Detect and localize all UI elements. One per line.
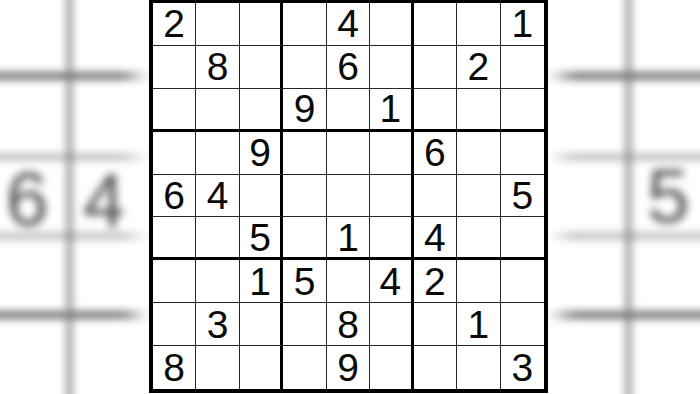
cell-r8c5[interactable]: 8 (327, 303, 370, 346)
cell-r6c5[interactable]: 1 (327, 217, 370, 260)
cell-r2c2[interactable]: 8 (196, 46, 239, 89)
cell-r7c2[interactable] (196, 260, 239, 303)
cell-r2c8[interactable]: 2 (457, 46, 500, 89)
cell-r6c2[interactable] (196, 217, 239, 260)
cell-r9c4[interactable] (283, 346, 326, 389)
cell-r4c1[interactable] (153, 132, 196, 175)
cell-r5c7[interactable] (414, 175, 457, 218)
cell-r3c5[interactable] (327, 89, 370, 132)
sudoku-board: 24186291966455141542381893 (149, 0, 548, 393)
bg-gridline-vertical-left (67, 0, 72, 394)
cell-r4c3[interactable]: 9 (240, 132, 283, 175)
bg-digit-4: 4 (83, 163, 125, 239)
cell-r4c2[interactable] (196, 132, 239, 175)
cell-r7c1[interactable] (153, 260, 196, 303)
cell-r7c9[interactable] (501, 260, 544, 303)
cell-r4c6[interactable] (370, 132, 413, 175)
cell-r1c8[interactable] (457, 3, 500, 46)
cell-r9c2[interactable] (196, 346, 239, 389)
cell-r5c2[interactable]: 4 (196, 175, 239, 218)
cell-r8c3[interactable] (240, 303, 283, 346)
cell-r8c8[interactable]: 1 (457, 303, 500, 346)
cell-r9c5[interactable]: 9 (327, 346, 370, 389)
cell-r8c6[interactable] (370, 303, 413, 346)
cell-r5c9[interactable]: 5 (501, 175, 544, 218)
cell-r1c9[interactable]: 1 (501, 3, 544, 46)
bg-digit-5: 5 (647, 158, 689, 234)
cell-r4c9[interactable] (501, 132, 544, 175)
cell-r8c9[interactable] (501, 303, 544, 346)
cell-r1c3[interactable] (240, 3, 283, 46)
cell-r8c2[interactable]: 3 (196, 303, 239, 346)
cell-r4c5[interactable] (327, 132, 370, 175)
cell-r4c4[interactable] (283, 132, 326, 175)
cell-r6c7[interactable]: 4 (414, 217, 457, 260)
cell-r6c8[interactable] (457, 217, 500, 260)
cell-r9c7[interactable] (414, 346, 457, 389)
cell-r4c7[interactable]: 6 (414, 132, 457, 175)
cell-r9c8[interactable] (457, 346, 500, 389)
cell-r5c6[interactable] (370, 175, 413, 218)
cell-r7c8[interactable] (457, 260, 500, 303)
cell-r3c2[interactable] (196, 89, 239, 132)
cell-r5c8[interactable] (457, 175, 500, 218)
cell-r6c3[interactable]: 5 (240, 217, 283, 260)
bg-gridline-vertical-right (626, 0, 631, 394)
bg-digit-6: 6 (6, 161, 48, 237)
cell-r1c4[interactable] (283, 3, 326, 46)
cell-r9c1[interactable]: 8 (153, 346, 196, 389)
cell-r1c6[interactable] (370, 3, 413, 46)
cell-r7c7[interactable]: 2 (414, 260, 457, 303)
cell-r3c9[interactable] (501, 89, 544, 132)
cell-r9c9[interactable]: 3 (501, 346, 544, 389)
cell-r6c1[interactable] (153, 217, 196, 260)
cell-r8c7[interactable] (414, 303, 457, 346)
cell-r7c3[interactable]: 1 (240, 260, 283, 303)
cell-r5c1[interactable]: 6 (153, 175, 196, 218)
cell-r2c7[interactable] (414, 46, 457, 89)
cell-r4c8[interactable] (457, 132, 500, 175)
cell-r5c4[interactable] (283, 175, 326, 218)
cell-r7c6[interactable]: 4 (370, 260, 413, 303)
cell-r6c4[interactable] (283, 217, 326, 260)
cell-r3c8[interactable] (457, 89, 500, 132)
cell-r1c7[interactable] (414, 3, 457, 46)
cell-r6c9[interactable] (501, 217, 544, 260)
cell-r8c4[interactable] (283, 303, 326, 346)
cell-r9c3[interactable] (240, 346, 283, 389)
cell-r7c4[interactable]: 5 (283, 260, 326, 303)
cell-r6c6[interactable] (370, 217, 413, 260)
cell-r1c2[interactable] (196, 3, 239, 46)
cell-r9c6[interactable] (370, 346, 413, 389)
cell-r7c5[interactable] (327, 260, 370, 303)
cell-r2c9[interactable] (501, 46, 544, 89)
cell-r3c7[interactable] (414, 89, 457, 132)
cell-r3c6[interactable]: 1 (370, 89, 413, 132)
cell-r2c1[interactable] (153, 46, 196, 89)
cell-r2c5[interactable]: 6 (327, 46, 370, 89)
cell-r5c5[interactable] (327, 175, 370, 218)
cell-r1c5[interactable]: 4 (327, 3, 370, 46)
cell-r3c1[interactable] (153, 89, 196, 132)
cell-r2c6[interactable] (370, 46, 413, 89)
cell-r3c4[interactable]: 9 (283, 89, 326, 132)
cell-r5c3[interactable] (240, 175, 283, 218)
cell-r2c4[interactable] (283, 46, 326, 89)
cell-r3c3[interactable] (240, 89, 283, 132)
cell-r8c1[interactable] (153, 303, 196, 346)
cell-r1c1[interactable]: 2 (153, 3, 196, 46)
cell-r2c3[interactable] (240, 46, 283, 89)
